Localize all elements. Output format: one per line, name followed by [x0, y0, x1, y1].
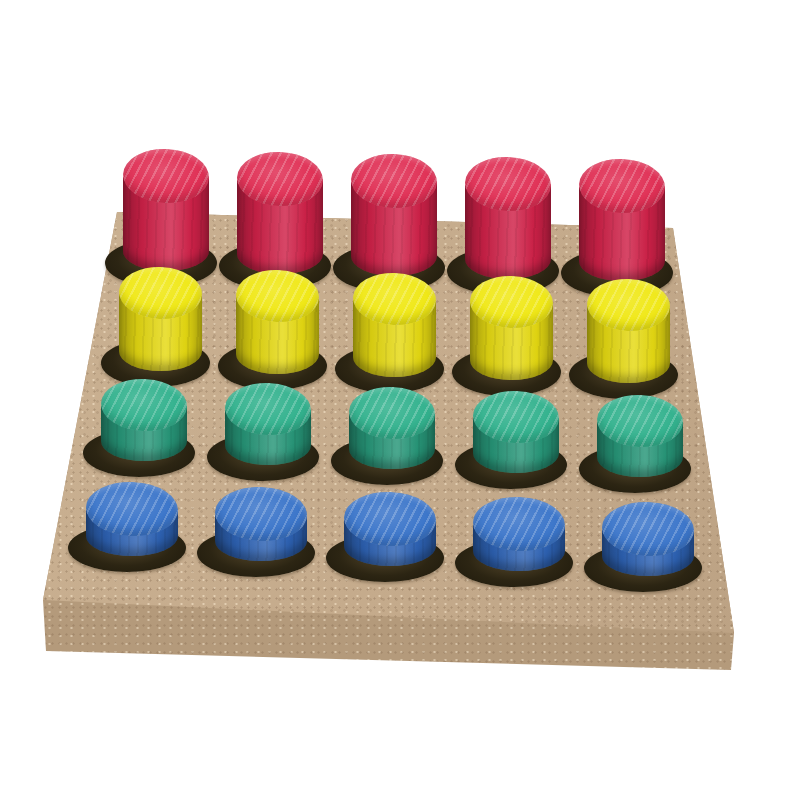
peg-red-r1c4[interactable]: [465, 157, 551, 279]
peg-blue-r4c5[interactable]: [602, 502, 694, 576]
peg-blue-r4c1[interactable]: [86, 482, 178, 556]
peg-yellow-r2c3[interactable]: [353, 273, 436, 377]
peg-yellow-r2c4[interactable]: [470, 276, 553, 380]
peg-blue-r4c2[interactable]: [215, 487, 307, 561]
product-photo-scene: [0, 0, 800, 800]
peg-yellow-r2c2[interactable]: [236, 270, 319, 374]
peg-green-r3c5[interactable]: [597, 395, 683, 477]
peg-blue-r4c3[interactable]: [344, 492, 436, 566]
peg-green-r3c3[interactable]: [349, 387, 435, 469]
peg-green-r3c2[interactable]: [225, 383, 311, 465]
peg-red-r1c2[interactable]: [237, 152, 323, 274]
peg-red-r1c1[interactable]: [123, 149, 209, 271]
peg-yellow-r2c1[interactable]: [119, 267, 202, 371]
peg-red-r1c5[interactable]: [579, 159, 665, 281]
peg-layer: [0, 0, 800, 800]
peg-green-r3c1[interactable]: [101, 379, 187, 461]
peg-green-r3c4[interactable]: [473, 391, 559, 473]
peg-yellow-r2c5[interactable]: [587, 279, 670, 383]
peg-red-r1c3[interactable]: [351, 154, 437, 276]
peg-blue-r4c4[interactable]: [473, 497, 565, 571]
